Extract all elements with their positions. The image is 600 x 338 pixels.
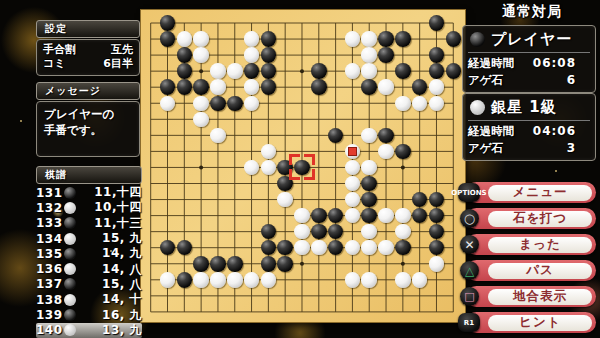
white-stone	[361, 128, 377, 144]
white-captures-value: 3	[567, 140, 590, 157]
white-stone	[244, 272, 260, 288]
kifu-move-row[interactable]: 13614, 八	[36, 261, 142, 276]
black-stone	[446, 63, 462, 79]
black-stone-icon	[64, 309, 76, 321]
message-line2: 手番です。	[44, 122, 132, 138]
black-stone	[177, 79, 193, 95]
white-stone-icon	[64, 294, 76, 306]
white-stone	[294, 240, 310, 256]
handicap-row: 手合割 互先	[43, 43, 133, 57]
kifu-move-row[interactable]: 13415, 九	[36, 231, 142, 246]
white-time-label: 経過時間	[468, 123, 514, 140]
move-coordinate: 13, 九	[78, 322, 142, 338]
white-stone	[294, 208, 310, 224]
white-stone	[378, 208, 394, 224]
black-stone	[160, 79, 176, 95]
white-stone	[361, 272, 377, 288]
kifu-move-list[interactable]: 13111,十四13210,十四13311,十三13415, 九13514, 九…	[36, 185, 142, 338]
white-stone	[193, 272, 209, 288]
black-stone	[261, 79, 277, 95]
r1-button-pill[interactable]: ヒント	[466, 312, 596, 333]
black-stone	[177, 272, 193, 288]
kifu-tab: 棋譜	[36, 166, 142, 184]
settings-panel: 設定 手合割 互先 コミ 6目半	[36, 20, 140, 76]
kifu-move-row[interactable]: 13111,十四	[36, 185, 142, 200]
black-stone	[210, 96, 226, 112]
settings-tab: 設定	[36, 20, 140, 38]
kifu-move-row[interactable]: 13814, 十	[36, 292, 142, 307]
player-black-header: プレイヤー	[468, 28, 590, 53]
black-stone	[193, 79, 209, 95]
move-number: 136	[36, 262, 61, 276]
player-black-panel: プレイヤー 経過時間 06:08 アゲ石 6	[462, 25, 596, 93]
black-captures-value: 6	[567, 72, 590, 89]
handicap-value: 互先	[111, 43, 133, 57]
white-stone	[378, 79, 394, 95]
black-stone	[261, 256, 277, 272]
button-label: まった	[488, 237, 592, 253]
black-stone	[378, 47, 394, 63]
white-stone	[261, 144, 277, 160]
white-stone	[395, 96, 411, 112]
square-button-icon[interactable]: □	[460, 287, 479, 306]
black-stone	[446, 31, 462, 47]
white-stone	[361, 63, 377, 79]
black-time-value: 06:08	[533, 55, 590, 72]
white-stone	[429, 96, 445, 112]
player-black-name: プレイヤー	[491, 30, 572, 49]
black-stone	[227, 256, 243, 272]
white-stone	[244, 47, 260, 63]
white-stone	[160, 272, 176, 288]
message-panel: メッセージ プレイヤーの 手番です。	[36, 82, 140, 157]
options-button-icon[interactable]: OPTIONS	[458, 183, 480, 202]
button-label: ヒント	[488, 315, 592, 331]
white-stone	[160, 96, 176, 112]
black-stone	[227, 96, 243, 112]
black-stone	[193, 256, 209, 272]
button-label: 石を打つ	[488, 211, 592, 227]
black-stone	[361, 176, 377, 192]
black-stone	[429, 47, 445, 63]
white-stone	[395, 272, 411, 288]
white-stone	[193, 112, 209, 128]
white-stone	[429, 256, 445, 272]
white-stone	[277, 192, 293, 208]
black-stone-icon	[64, 187, 76, 199]
black-stone	[160, 31, 176, 47]
black-stone	[378, 31, 394, 47]
move-number: 140	[36, 323, 61, 337]
black-stone	[361, 79, 377, 95]
white-stone-icon	[64, 233, 76, 245]
komi-label: コミ	[43, 57, 66, 71]
kifu-move-row[interactable]: 13311,十三	[36, 216, 142, 231]
black-stone	[210, 256, 226, 272]
white-stone	[227, 63, 243, 79]
kifu-move-row[interactable]: 13514, 九	[36, 246, 142, 261]
kifu-move-row[interactable]: 13210,十四	[36, 200, 142, 215]
white-stone	[395, 224, 411, 240]
controller-buttons: メニューOPTIONS石を打つ○まった✕パス△地合表示□ヒントR1	[460, 182, 598, 338]
white-stone	[345, 272, 361, 288]
move-number: 137	[36, 277, 61, 291]
石を打つ-button-row: 石を打つ○	[460, 208, 598, 229]
まった-button-row: まった✕	[460, 234, 598, 255]
black-time-label: 経過時間	[468, 55, 514, 72]
button-label: メニュー	[488, 185, 592, 201]
black-stone	[277, 256, 293, 272]
white-stone	[210, 128, 226, 144]
cross-button-pill[interactable]: まった	[466, 234, 596, 255]
black-stone	[244, 63, 260, 79]
square-button-pill[interactable]: 地合表示	[466, 286, 596, 307]
メニュー-button-row: メニューOPTIONS	[460, 182, 598, 203]
spark-decoration	[555, 170, 557, 172]
message-tab: メッセージ	[36, 82, 140, 100]
white-stone	[210, 272, 226, 288]
move-number: 139	[36, 308, 61, 322]
white-stone	[361, 31, 377, 47]
black-stone	[261, 63, 277, 79]
black-stone-icon	[64, 248, 76, 260]
white-stone	[193, 47, 209, 63]
white-stone	[294, 224, 310, 240]
komi-value: 6目半	[103, 57, 133, 71]
handicap-label: 手合割	[43, 43, 76, 57]
move-number: 132	[36, 201, 61, 215]
black-stone	[261, 31, 277, 47]
white-stone	[412, 272, 428, 288]
komi-row: コミ 6目半	[43, 57, 133, 71]
black-stone	[395, 63, 411, 79]
last-move-marker	[348, 147, 357, 156]
white-stone	[261, 272, 277, 288]
kifu-panel: 棋譜 13111,十四13210,十四13311,十三13415, 九13514…	[36, 166, 142, 338]
white-stone	[193, 96, 209, 112]
kifu-move-row[interactable]: 14013, 九	[36, 323, 142, 338]
black-stone	[160, 15, 176, 31]
black-captures-label: アゲ石	[468, 72, 503, 89]
button-label: パス	[488, 263, 592, 279]
white-time-value: 04:06	[533, 123, 590, 140]
white-stone	[311, 240, 327, 256]
white-captures-label: アゲ石	[468, 140, 503, 157]
black-stone	[429, 63, 445, 79]
white-stone-icon	[64, 324, 76, 336]
white-stone-icon	[64, 202, 76, 214]
cursor-brackets[interactable]	[289, 154, 315, 180]
black-stone	[261, 47, 277, 63]
move-number: 135	[36, 247, 61, 261]
kifu-move-row[interactable]: 13916, 九	[36, 307, 142, 322]
circle-button-pill[interactable]: 石を打つ	[466, 208, 596, 229]
player-white-panel: 銀星 1級 経過時間 04:06 アゲ石 3	[462, 93, 596, 161]
white-stone	[361, 47, 377, 63]
black-stone	[177, 47, 193, 63]
white-stone	[177, 31, 193, 47]
spark-decoration	[20, 120, 22, 122]
white-stone	[244, 79, 260, 95]
black-stone	[311, 79, 327, 95]
move-number: 138	[36, 293, 61, 307]
move-number: 134	[36, 232, 61, 246]
black-stone-icon	[64, 217, 76, 229]
move-number: 131	[36, 186, 61, 200]
go-board[interactable]	[141, 10, 465, 322]
white-stone-icon	[470, 100, 485, 115]
message-box: プレイヤーの 手番です。	[36, 101, 140, 157]
player-white-header: 銀星 1級	[468, 96, 590, 121]
black-stone	[395, 240, 411, 256]
white-stone	[395, 208, 411, 224]
black-stone-icon	[470, 32, 485, 47]
white-stone	[193, 31, 209, 47]
white-stone-icon	[64, 263, 76, 275]
white-stone	[361, 160, 377, 176]
ヒント-button-row: ヒントR1	[460, 312, 598, 333]
black-stone	[311, 224, 327, 240]
white-stone	[210, 63, 226, 79]
kifu-move-row[interactable]: 13715, 八	[36, 277, 142, 292]
white-stone	[378, 144, 394, 160]
button-label: 地合表示	[488, 289, 592, 305]
white-stone	[378, 240, 394, 256]
black-stone	[395, 144, 411, 160]
r1-button-icon[interactable]: R1	[458, 313, 480, 332]
black-stone	[429, 15, 445, 31]
white-stone	[345, 31, 361, 47]
black-stone	[311, 208, 327, 224]
move-number: 133	[36, 216, 61, 230]
game-screen: { "game": "go", "board_size": 19, "posit…	[0, 0, 600, 338]
cross-button-icon[interactable]: ✕	[460, 235, 479, 254]
white-stone	[210, 79, 226, 95]
地合表示-button-row: 地合表示□	[460, 286, 598, 307]
circle-button-icon[interactable]: ○	[460, 209, 479, 228]
パス-button-row: パス△	[460, 260, 598, 281]
black-stone	[395, 31, 411, 47]
player-white-name: 銀星 1級	[491, 98, 557, 117]
white-stone	[345, 63, 361, 79]
black-stone	[378, 128, 394, 144]
black-stone-icon	[64, 278, 76, 290]
white-stone	[429, 79, 445, 95]
game-mode-title: 通常対局	[468, 3, 596, 21]
triangle-button-icon[interactable]: △	[460, 261, 479, 280]
white-stone	[244, 31, 260, 47]
black-stone	[311, 63, 327, 79]
white-stone	[227, 272, 243, 288]
triangle-button-pill[interactable]: パス	[466, 260, 596, 281]
message-line1: プレイヤーの	[44, 106, 132, 122]
black-stone	[177, 63, 193, 79]
